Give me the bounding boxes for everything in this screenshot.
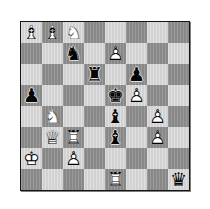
square-b7[interactable]	[42, 43, 63, 64]
square-f6[interactable]: ♟	[126, 64, 147, 85]
square-a5[interactable]: ♟	[21, 85, 42, 106]
square-c2[interactable]: ♟♙	[63, 148, 84, 169]
square-f5[interactable]: ♟♙	[126, 85, 147, 106]
square-g3[interactable]: ♟♙	[147, 127, 168, 148]
square-h4[interactable]	[168, 106, 189, 127]
square-c6[interactable]	[63, 64, 84, 85]
square-c4[interactable]	[63, 106, 84, 127]
square-h8[interactable]	[168, 22, 189, 43]
piece-white-rook[interactable]: ♖	[63, 127, 84, 148]
square-e7[interactable]: ♟♙	[105, 43, 126, 64]
square-c8[interactable]: ♞♘	[63, 22, 84, 43]
square-h1[interactable]: ♛	[168, 169, 189, 190]
square-g2[interactable]	[147, 148, 168, 169]
square-d6[interactable]: ♜	[84, 64, 105, 85]
square-b4[interactable]: ♞♘	[42, 106, 63, 127]
piece-black-knight[interactable]: ♞	[63, 43, 84, 64]
piece-black-bishop[interactable]: ♝	[105, 106, 126, 127]
square-f7[interactable]	[126, 43, 147, 64]
piece-white-knight[interactable]: ♘	[42, 106, 63, 127]
piece-black-king[interactable]: ♚	[105, 85, 126, 106]
piece-white-king[interactable]: ♔	[21, 148, 42, 169]
square-b8[interactable]: ♝♗	[42, 22, 63, 43]
piece-white-bishop[interactable]: ♗	[42, 22, 63, 43]
piece-black-pawn[interactable]: ♟	[21, 85, 42, 106]
square-b3[interactable]: ♛♕	[42, 127, 63, 148]
piece-white-pawn[interactable]: ♙	[126, 85, 147, 106]
square-g8[interactable]	[147, 22, 168, 43]
square-b1[interactable]	[42, 169, 63, 190]
piece-white-pawn[interactable]: ♙	[105, 43, 126, 64]
square-c7[interactable]: ♞	[63, 43, 84, 64]
piece-white-knight[interactable]: ♘	[63, 22, 84, 43]
square-a6[interactable]	[21, 64, 42, 85]
piece-white-queen[interactable]: ♕	[42, 127, 63, 148]
square-e2[interactable]	[105, 148, 126, 169]
square-a1[interactable]	[21, 169, 42, 190]
square-d2[interactable]	[84, 148, 105, 169]
square-a2[interactable]: ♚♔	[21, 148, 42, 169]
page: { "game": "chess", "position": { "fen": …	[0, 0, 210, 209]
square-h7[interactable]	[168, 43, 189, 64]
square-h6[interactable]	[168, 64, 189, 85]
piece-white-bishop[interactable]: ♗	[21, 22, 42, 43]
square-g4[interactable]: ♟♙	[147, 106, 168, 127]
piece-white-pawn[interactable]: ♙	[63, 148, 84, 169]
square-e6[interactable]	[105, 64, 126, 85]
square-c3[interactable]: ♜♖	[63, 127, 84, 148]
square-d3[interactable]	[84, 127, 105, 148]
square-d4[interactable]	[84, 106, 105, 127]
chessboard: ♝♗♝♗♞♘♞♟♙♜♟♟♚♟♙♞♘♝♟♙♛♕♜♖♝♟♙♚♔♟♙♜♖♛	[20, 21, 190, 191]
square-b6[interactable]	[42, 64, 63, 85]
square-b5[interactable]	[42, 85, 63, 106]
square-f8[interactable]	[126, 22, 147, 43]
piece-black-pawn[interactable]: ♟	[126, 64, 147, 85]
square-f1[interactable]	[126, 169, 147, 190]
square-c1[interactable]	[63, 169, 84, 190]
piece-white-pawn[interactable]: ♙	[147, 106, 168, 127]
square-h2[interactable]	[168, 148, 189, 169]
square-e1[interactable]: ♜♖	[105, 169, 126, 190]
square-g6[interactable]	[147, 64, 168, 85]
square-a3[interactable]	[21, 127, 42, 148]
piece-black-queen[interactable]: ♛	[168, 169, 189, 190]
square-h3[interactable]	[168, 127, 189, 148]
square-e3[interactable]: ♝	[105, 127, 126, 148]
square-a4[interactable]	[21, 106, 42, 127]
square-g5[interactable]	[147, 85, 168, 106]
square-d5[interactable]	[84, 85, 105, 106]
square-e5[interactable]: ♚	[105, 85, 126, 106]
square-a7[interactable]	[21, 43, 42, 64]
square-d7[interactable]	[84, 43, 105, 64]
square-f2[interactable]	[126, 148, 147, 169]
square-e8[interactable]	[105, 22, 126, 43]
square-f4[interactable]	[126, 106, 147, 127]
piece-black-bishop[interactable]: ♝	[105, 127, 126, 148]
square-g1[interactable]	[147, 169, 168, 190]
piece-white-rook[interactable]: ♖	[105, 169, 126, 190]
square-b2[interactable]	[42, 148, 63, 169]
square-f3[interactable]	[126, 127, 147, 148]
square-c5[interactable]	[63, 85, 84, 106]
square-e4[interactable]: ♝	[105, 106, 126, 127]
square-h5[interactable]	[168, 85, 189, 106]
square-a8[interactable]: ♝♗	[21, 22, 42, 43]
square-d1[interactable]	[84, 169, 105, 190]
square-d8[interactable]	[84, 22, 105, 43]
piece-black-rook[interactable]: ♜	[84, 64, 105, 85]
square-g7[interactable]	[147, 43, 168, 64]
piece-white-pawn[interactable]: ♙	[147, 127, 168, 148]
